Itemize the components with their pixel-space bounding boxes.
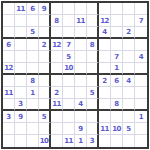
cell-r3c8-empty[interactable] bbox=[87, 27, 99, 39]
cell-r11c10-given: 10 bbox=[111, 123, 123, 135]
cell-r9c8-empty[interactable] bbox=[87, 99, 99, 111]
cell-r12c2-empty[interactable] bbox=[15, 135, 27, 147]
cell-r1c7-empty[interactable] bbox=[75, 3, 87, 15]
cell-r4c5-given: 12 bbox=[51, 39, 63, 51]
cell-r4c8-given: 8 bbox=[87, 39, 99, 51]
cell-r1c9-empty[interactable] bbox=[99, 3, 111, 15]
cell-r2c2-empty[interactable] bbox=[15, 15, 27, 27]
cell-r9c1-empty[interactable] bbox=[3, 99, 15, 111]
cell-r1c8-empty[interactable] bbox=[87, 3, 99, 15]
cell-r9c4-empty[interactable] bbox=[39, 99, 51, 111]
cell-r8c4-empty[interactable] bbox=[39, 87, 51, 99]
cell-r5c10-given: 7 bbox=[111, 51, 123, 63]
cell-r2c8-empty[interactable] bbox=[87, 15, 99, 27]
cell-r12c9-empty[interactable] bbox=[99, 135, 111, 147]
cell-r3c5-empty[interactable] bbox=[51, 27, 63, 39]
cell-r12c4-given: 10 bbox=[39, 135, 51, 147]
cell-r9c11-empty[interactable] bbox=[123, 99, 135, 111]
cell-r1c11-empty[interactable] bbox=[123, 3, 135, 15]
cell-r10c5-empty[interactable] bbox=[51, 111, 63, 123]
cell-r6c11-empty[interactable] bbox=[123, 63, 135, 75]
cell-r2c10-empty[interactable] bbox=[111, 15, 123, 27]
cell-r10c9-empty[interactable] bbox=[99, 111, 111, 123]
cell-r7c9-given: 2 bbox=[99, 75, 111, 87]
cell-r2c1-empty[interactable] bbox=[3, 15, 15, 27]
cell-r1c3-given: 6 bbox=[27, 3, 39, 15]
cell-r8c11-empty[interactable] bbox=[123, 87, 135, 99]
cell-r4c11-empty[interactable] bbox=[123, 39, 135, 51]
cell-r3c7-empty[interactable] bbox=[75, 27, 87, 39]
cell-r1c12-empty[interactable] bbox=[135, 3, 147, 15]
cell-r2c7-given: 11 bbox=[75, 15, 87, 27]
cell-r10c4-given: 5 bbox=[39, 111, 51, 123]
cell-r11c6-empty[interactable] bbox=[63, 123, 75, 135]
cell-r9c6-empty[interactable] bbox=[63, 99, 75, 111]
cell-r11c2-empty[interactable] bbox=[15, 123, 27, 135]
cell-r9c9-empty[interactable] bbox=[99, 99, 111, 111]
cell-r7c7-empty[interactable] bbox=[75, 75, 87, 87]
cell-r5c6-given: 5 bbox=[63, 51, 75, 63]
cell-r2c4-empty[interactable] bbox=[39, 15, 51, 27]
cell-r12c8-given: 3 bbox=[87, 135, 99, 147]
cell-r5c2-empty[interactable] bbox=[15, 51, 27, 63]
cell-r5c3-empty[interactable] bbox=[27, 51, 39, 63]
cell-r4c9-empty[interactable] bbox=[99, 39, 111, 51]
cell-r12c11-empty[interactable] bbox=[123, 135, 135, 147]
cell-r5c7-empty[interactable] bbox=[75, 51, 87, 63]
cell-r4c3-empty[interactable] bbox=[27, 39, 39, 51]
cell-r11c3-empty[interactable] bbox=[27, 123, 39, 135]
cell-r5c4-empty[interactable] bbox=[39, 51, 51, 63]
cell-r8c7-empty[interactable] bbox=[75, 87, 87, 99]
cell-r12c3-empty[interactable] bbox=[27, 135, 39, 147]
cell-r7c12-empty[interactable] bbox=[135, 75, 147, 87]
cell-r5c1-empty[interactable] bbox=[3, 51, 15, 63]
cell-r6c10-given: 1 bbox=[111, 63, 123, 75]
cell-r10c1-given: 3 bbox=[3, 111, 15, 123]
cell-r5c11-empty[interactable] bbox=[123, 51, 135, 63]
cell-r6c6-given: 10 bbox=[63, 63, 75, 75]
cell-r9c10-given: 8 bbox=[111, 99, 123, 111]
cell-r6c12-empty[interactable] bbox=[135, 63, 147, 75]
cell-r12c10-empty[interactable] bbox=[111, 135, 123, 147]
cell-r12c6-given: 11 bbox=[63, 135, 75, 147]
cell-r4c6-given: 7 bbox=[63, 39, 75, 51]
cell-r8c5-given: 2 bbox=[51, 87, 63, 99]
cell-r7c2-empty[interactable] bbox=[15, 75, 27, 87]
cell-r10c11-empty[interactable] bbox=[123, 111, 135, 123]
cell-r7c5-empty[interactable] bbox=[51, 75, 63, 87]
cell-r1c1-empty[interactable] bbox=[3, 3, 15, 15]
cell-r12c12-empty[interactable] bbox=[135, 135, 147, 147]
cell-r6c9-empty[interactable] bbox=[99, 63, 111, 75]
cell-r11c7-given: 9 bbox=[75, 123, 87, 135]
cell-r2c3-empty[interactable] bbox=[27, 15, 39, 27]
cell-r9c12-empty[interactable] bbox=[135, 99, 147, 111]
cell-r10c2-given: 9 bbox=[15, 111, 27, 123]
cell-r2c5-given: 8 bbox=[51, 15, 63, 27]
cell-r10c8-empty[interactable] bbox=[87, 111, 99, 123]
cell-r7c4-empty[interactable] bbox=[39, 75, 51, 87]
cell-r12c1-empty[interactable] bbox=[3, 135, 15, 147]
cell-r3c3-given: 5 bbox=[27, 27, 39, 39]
cell-r4c7-empty[interactable] bbox=[75, 39, 87, 51]
cell-r6c5-empty[interactable] bbox=[51, 63, 63, 75]
cell-r4c4-given: 2 bbox=[39, 39, 51, 51]
cell-r10c7-empty[interactable] bbox=[75, 111, 87, 123]
cell-r3c6-empty[interactable] bbox=[63, 27, 75, 39]
cell-r6c7-empty[interactable] bbox=[75, 63, 87, 75]
cell-r3c2-empty[interactable] bbox=[15, 27, 27, 39]
cell-r3c11-given: 2 bbox=[123, 27, 135, 39]
cell-r7c11-given: 4 bbox=[123, 75, 135, 87]
cell-r7c6-empty[interactable] bbox=[63, 75, 75, 87]
cell-r6c8-empty[interactable] bbox=[87, 63, 99, 75]
cell-r2c11-empty[interactable] bbox=[123, 15, 135, 27]
cell-r6c4-empty[interactable] bbox=[39, 63, 51, 75]
cell-r3c4-empty[interactable] bbox=[39, 27, 51, 39]
cell-r3c12-empty[interactable] bbox=[135, 27, 147, 39]
cell-r7c3-given: 8 bbox=[27, 75, 39, 87]
cell-r4c2-empty[interactable] bbox=[15, 39, 27, 51]
cell-r4c12-empty[interactable] bbox=[135, 39, 147, 51]
cell-r12c7-given: 1 bbox=[75, 135, 87, 147]
cell-r7c1-empty[interactable] bbox=[3, 75, 15, 87]
cell-r4c10-empty[interactable] bbox=[111, 39, 123, 51]
cell-r6c2-empty[interactable] bbox=[15, 63, 27, 75]
cell-r1c2-given: 11 bbox=[15, 3, 27, 15]
cell-r1c10-empty[interactable] bbox=[111, 3, 123, 15]
cell-r7c10-given: 6 bbox=[111, 75, 123, 87]
cell-r3c1-empty[interactable] bbox=[3, 27, 15, 39]
cell-r11c11-given: 5 bbox=[123, 123, 135, 135]
sudoku-page: 1169811127542621278574121018264111253114… bbox=[0, 0, 150, 150]
cell-r1c6-empty[interactable] bbox=[63, 3, 75, 15]
cell-r8c12-empty[interactable] bbox=[135, 87, 147, 99]
cell-r10c6-empty[interactable] bbox=[63, 111, 75, 123]
cell-r5c9-empty[interactable] bbox=[99, 51, 111, 63]
cell-r11c8-empty[interactable] bbox=[87, 123, 99, 135]
cell-r5c12-given: 4 bbox=[135, 51, 147, 63]
cell-r5c5-empty[interactable] bbox=[51, 51, 63, 63]
cell-r9c2-given: 3 bbox=[15, 99, 27, 111]
cell-r8c8-given: 5 bbox=[87, 87, 99, 99]
cell-r10c10-empty[interactable] bbox=[111, 111, 123, 123]
cell-r10c3-empty[interactable] bbox=[27, 111, 39, 123]
cell-r8c3-given: 1 bbox=[27, 87, 39, 99]
cell-r9c5-given: 11 bbox=[51, 99, 63, 111]
cell-r11c12-empty[interactable] bbox=[135, 123, 147, 135]
cell-r9c7-given: 4 bbox=[75, 99, 87, 111]
cell-r9c3-empty[interactable] bbox=[27, 99, 39, 111]
cell-r8c6-empty[interactable] bbox=[63, 87, 75, 99]
cell-r6c3-empty[interactable] bbox=[27, 63, 39, 75]
cell-r3c10-empty[interactable] bbox=[111, 27, 123, 39]
cell-r2c6-empty[interactable] bbox=[63, 15, 75, 27]
cell-r11c5-empty[interactable] bbox=[51, 123, 63, 135]
cell-r4c1-given: 6 bbox=[3, 39, 15, 51]
cell-r8c10-empty[interactable] bbox=[111, 87, 123, 99]
cell-r1c5-empty[interactable] bbox=[51, 3, 63, 15]
cell-r11c4-empty[interactable] bbox=[39, 123, 51, 135]
cell-r6c1-given: 12 bbox=[3, 63, 15, 75]
cell-r8c9-empty[interactable] bbox=[99, 87, 111, 99]
cell-r11c9-given: 11 bbox=[99, 123, 111, 135]
cell-r2c12-given: 7 bbox=[135, 15, 147, 27]
cell-r5c8-empty[interactable] bbox=[87, 51, 99, 63]
cell-r8c2-empty[interactable] bbox=[15, 87, 27, 99]
sudoku-board: 1169811127542621278574121018264111253114… bbox=[1, 1, 149, 149]
cell-r12c5-empty[interactable] bbox=[51, 135, 63, 147]
cell-r2c9-given: 12 bbox=[99, 15, 111, 27]
cell-r11c1-empty[interactable] bbox=[3, 123, 15, 135]
cell-r1c4-given: 9 bbox=[39, 3, 51, 15]
cell-r10c12-given: 1 bbox=[135, 111, 147, 123]
cell-r8c1-given: 11 bbox=[3, 87, 15, 99]
cell-r7c8-empty[interactable] bbox=[87, 75, 99, 87]
cell-r3c9-given: 4 bbox=[99, 27, 111, 39]
